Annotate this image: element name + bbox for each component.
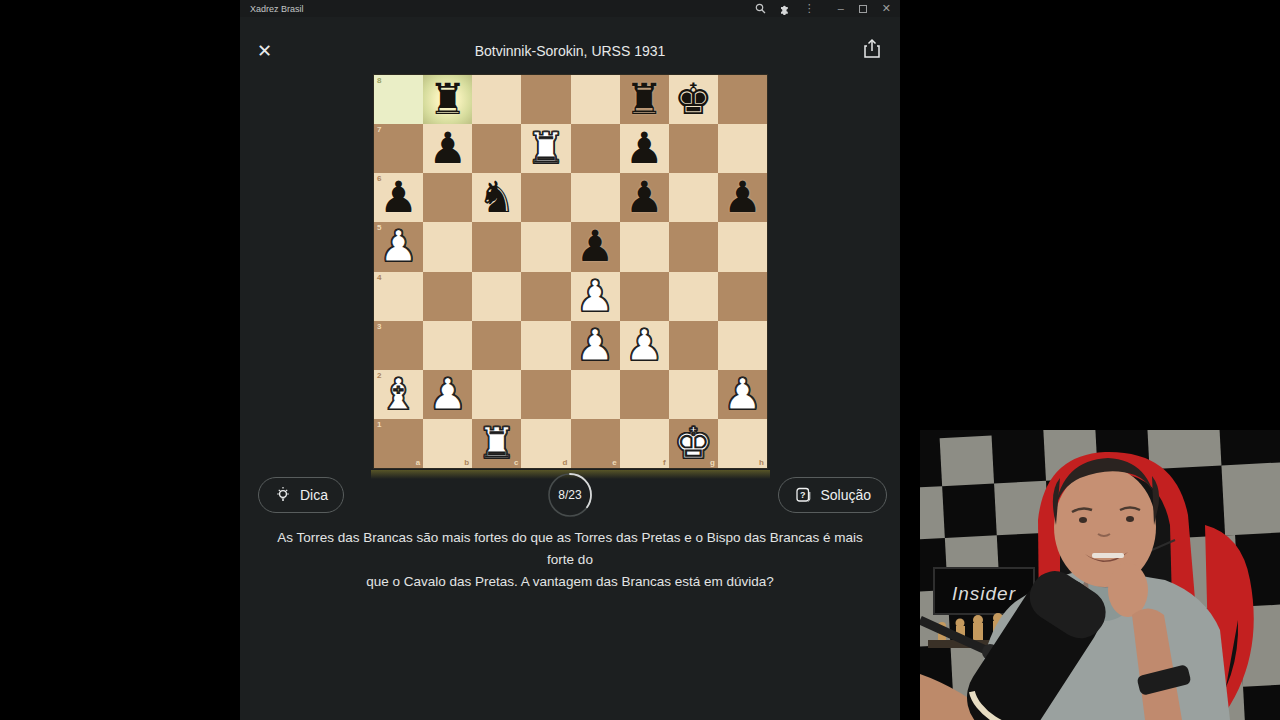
square-b2[interactable]: ♟ [423,370,472,419]
rank-label-3: 3 [377,322,381,331]
solution-button-label: Solução [820,487,871,503]
kebab-menu-icon[interactable]: ⋮ [804,0,815,17]
rank-label-4: 4 [377,273,381,282]
square-a2[interactable]: 2♝ [374,370,423,419]
square-d7[interactable]: ♜ [521,124,570,173]
solution-button[interactable]: ? Solução [778,477,887,513]
square-g2[interactable] [669,370,718,419]
puzzle-title: Botvinnik-Sorokin, URSS 1931 [240,43,900,59]
square-h1[interactable]: h [718,419,767,468]
caption-line-1: As Torres das Brancas são mais fortes do… [265,527,875,571]
square-g1[interactable]: g♚ [669,419,718,468]
black-knight-c6[interactable]: ♞ [472,173,521,222]
black-pawn-a6[interactable]: ♟ [374,173,423,222]
square-f5[interactable] [620,222,669,271]
black-pawn-f6[interactable]: ♟ [620,173,669,222]
rank-label-1: 1 [377,420,381,429]
black-rook-f8[interactable]: ♜ [620,75,669,124]
square-c6[interactable]: ♞ [472,173,521,222]
window-title: Xadrez Brasil [240,4,755,14]
square-f4[interactable] [620,272,669,321]
square-g8[interactable]: ♚ [669,75,718,124]
square-e2[interactable] [571,370,620,419]
black-king-g8[interactable]: ♚ [669,75,718,124]
rank-label-7: 7 [377,125,381,134]
file-label-a: a [416,458,420,467]
square-a5[interactable]: 5♟ [374,222,423,271]
square-f3[interactable]: ♟ [620,321,669,370]
file-label-h: h [759,458,764,467]
square-e7[interactable] [571,124,620,173]
svg-text:Insider: Insider [952,583,1016,604]
square-g4[interactable] [669,272,718,321]
white-pawn-f3[interactable]: ♟ [620,321,669,370]
file-label-d: d [563,458,568,467]
square-e3[interactable]: ♟ [571,321,620,370]
rank-label-8: 8 [377,76,381,85]
square-h7[interactable] [718,124,767,173]
window-titlebar: Xadrez Brasil ⋮ – ✕ [240,0,900,17]
square-a8[interactable]: 8 [374,75,423,124]
square-g3[interactable] [669,321,718,370]
white-pawn-b2[interactable]: ♟ [423,370,472,419]
webcam-overlay: Insider [920,430,1280,720]
square-d4[interactable] [521,272,570,321]
black-pawn-f7[interactable]: ♟ [620,124,669,173]
progress-ring: 8/23 [547,472,593,518]
video-frame: Xadrez Brasil ⋮ – ✕ ✕ Botvinnik- [0,0,1280,720]
square-b3[interactable] [423,321,472,370]
hint-button-label: Dica [300,487,328,503]
square-h6[interactable]: ♟ [718,173,767,222]
square-h8[interactable] [718,75,767,124]
black-pawn-b7[interactable]: ♟ [423,124,472,173]
square-b8[interactable]: ♜ [423,75,472,124]
extension-puzzle-icon[interactable] [779,3,791,15]
square-c2[interactable] [472,370,521,419]
square-b7[interactable]: ♟ [423,124,472,173]
square-f2[interactable] [620,370,669,419]
white-pawn-e3[interactable]: ♟ [571,321,620,370]
square-c8[interactable] [472,75,521,124]
square-a4[interactable]: 4 [374,272,423,321]
white-pawn-h2[interactable]: ♟ [718,370,767,419]
white-rook-c1[interactable]: ♜ [472,419,521,468]
square-h5[interactable] [718,222,767,271]
square-d2[interactable] [521,370,570,419]
white-king-g1[interactable]: ♚ [669,419,718,468]
square-g6[interactable] [669,173,718,222]
hand [1108,563,1148,617]
square-e4[interactable]: ♟ [571,272,620,321]
square-f6[interactable]: ♟ [620,173,669,222]
maximize-icon[interactable] [859,5,867,13]
caption-line-2: que o Cavalo das Pretas. A vantagem das … [265,571,875,593]
white-bishop-a2[interactable]: ♝ [374,370,423,419]
square-e6[interactable] [571,173,620,222]
zoom-icon[interactable] [755,3,766,14]
white-pawn-a5[interactable]: ♟ [374,222,423,271]
square-a1[interactable]: 1a [374,419,423,468]
solution-card-icon: ? [794,486,812,504]
minimize-icon[interactable]: – [838,0,844,17]
square-c1[interactable]: c♜ [472,419,521,468]
black-pawn-h6[interactable]: ♟ [718,173,767,222]
square-d5[interactable] [521,222,570,271]
puzzle-caption: As Torres das Brancas são mais fortes do… [265,527,875,593]
square-b6[interactable] [423,173,472,222]
square-g5[interactable] [669,222,718,271]
square-a3[interactable]: 3 [374,321,423,370]
black-pawn-e5[interactable]: ♟ [571,222,620,271]
square-c4[interactable] [472,272,521,321]
square-h2[interactable]: ♟ [718,370,767,419]
hint-button[interactable]: Dica [258,477,344,513]
square-h4[interactable] [718,272,767,321]
black-rook-b8[interactable]: ♜ [423,75,472,124]
square-b1[interactable]: b [423,419,472,468]
square-c7[interactable] [472,124,521,173]
square-f8[interactable]: ♜ [620,75,669,124]
file-label-f: f [663,458,666,467]
square-b5[interactable] [423,222,472,271]
square-g7[interactable] [669,124,718,173]
white-rook-d7[interactable]: ♜ [521,124,570,173]
square-d8[interactable] [521,75,570,124]
puzzle-header: ✕ Botvinnik-Sorokin, URSS 1931 [240,36,900,68]
square-a6[interactable]: 6♟ [374,173,423,222]
square-e1[interactable]: e [571,419,620,468]
square-e5[interactable]: ♟ [571,222,620,271]
file-label-e: e [612,458,616,467]
square-f1[interactable]: f [620,419,669,468]
app-window: Xadrez Brasil ⋮ – ✕ ✕ Botvinnik- [240,0,900,720]
white-pawn-e4[interactable]: ♟ [571,272,620,321]
square-d1[interactable]: d [521,419,570,468]
file-label-b: b [464,458,469,467]
square-c5[interactable] [472,222,521,271]
share-icon[interactable] [862,38,882,64]
square-c3[interactable] [472,321,521,370]
close-icon[interactable]: ✕ [882,0,891,17]
square-a7[interactable]: 7 [374,124,423,173]
chess-board[interactable]: 8♜♜♚7♟♜♟6♟♞♟♟5♟♟4♟3♟♟2♝♟♟1abc♜defg♚h [373,74,768,469]
lightbulb-icon [274,486,292,504]
progress-counter: 8/23 [547,472,593,518]
square-e8[interactable] [571,75,620,124]
square-b4[interactable] [423,272,472,321]
square-d6[interactable] [521,173,570,222]
square-h3[interactable] [718,321,767,370]
svg-text:?: ? [800,490,806,500]
square-f7[interactable]: ♟ [620,124,669,173]
square-d3[interactable] [521,321,570,370]
